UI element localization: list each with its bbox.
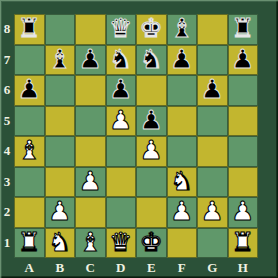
square-g6[interactable]: ♟ <box>197 75 228 106</box>
piece-white-knight[interactable]: ♞ <box>48 227 71 257</box>
piece-black-knight[interactable]: ♞ <box>140 44 163 74</box>
rank-label-2: 2 <box>0 197 14 228</box>
square-e2[interactable] <box>136 197 167 228</box>
piece-white-pawn[interactable]: ♟ <box>201 196 224 226</box>
piece-black-pawn[interactable]: ♟ <box>109 74 132 104</box>
piece-white-bishop[interactable]: ♝ <box>79 227 102 257</box>
square-b6[interactable] <box>45 75 76 106</box>
square-a1[interactable]: ♜ <box>14 228 45 259</box>
square-f3[interactable]: ♞ <box>167 167 198 198</box>
file-label-d: D <box>106 258 137 278</box>
rank-label-4: 4 <box>0 136 14 167</box>
rank-label-5: 5 <box>0 106 14 137</box>
square-g4[interactable] <box>197 136 228 167</box>
square-f7[interactable]: ♟ <box>167 45 198 76</box>
square-g8[interactable] <box>197 14 228 45</box>
square-e5[interactable]: ♟ <box>136 106 167 137</box>
square-a8[interactable]: ♜ <box>14 14 45 45</box>
file-labels: ABCDEFGH <box>14 258 258 278</box>
square-d3[interactable] <box>106 167 137 198</box>
square-a5[interactable] <box>14 106 45 137</box>
square-d8[interactable]: ♛ <box>106 14 137 45</box>
file-label-f: F <box>167 258 198 278</box>
square-d7[interactable]: ♞ <box>106 45 137 76</box>
square-c5[interactable] <box>75 106 106 137</box>
piece-black-bishop[interactable]: ♝ <box>170 13 193 43</box>
piece-white-pawn[interactable]: ♟ <box>140 135 163 165</box>
file-label-h: H <box>228 258 259 278</box>
square-d1[interactable]: ♛ <box>106 228 137 259</box>
square-f4[interactable] <box>167 136 198 167</box>
square-h3[interactable] <box>228 167 259 198</box>
square-a3[interactable] <box>14 167 45 198</box>
square-f5[interactable] <box>167 106 198 137</box>
square-g1[interactable] <box>197 228 228 259</box>
square-f1[interactable] <box>167 228 198 259</box>
square-g5[interactable] <box>197 106 228 137</box>
square-h4[interactable] <box>228 136 259 167</box>
piece-white-bishop[interactable]: ♝ <box>18 135 41 165</box>
square-b5[interactable] <box>45 106 76 137</box>
board: ♜♛♚♝♜♝♟♞♞♟♟♟♟♟♟♟♝♟♟♞♟♟♟♟♜♞♝♛♚♜ <box>14 14 258 258</box>
square-h2[interactable]: ♟ <box>228 197 259 228</box>
piece-black-pawn[interactable]: ♟ <box>140 105 163 135</box>
square-b3[interactable] <box>45 167 76 198</box>
piece-white-pawn[interactable]: ♟ <box>170 196 193 226</box>
file-label-g: G <box>197 258 228 278</box>
piece-white-pawn[interactable]: ♟ <box>231 196 254 226</box>
square-f6[interactable] <box>167 75 198 106</box>
square-b1[interactable]: ♞ <box>45 228 76 259</box>
square-c2[interactable] <box>75 197 106 228</box>
square-h8[interactable]: ♜ <box>228 14 259 45</box>
square-d6[interactable]: ♟ <box>106 75 137 106</box>
piece-black-pawn[interactable]: ♟ <box>201 74 224 104</box>
piece-white-king[interactable]: ♚ <box>140 227 163 257</box>
piece-black-pawn[interactable]: ♟ <box>79 44 102 74</box>
square-b8[interactable] <box>45 14 76 45</box>
square-h5[interactable] <box>228 106 259 137</box>
square-e1[interactable]: ♚ <box>136 228 167 259</box>
piece-black-rook[interactable]: ♜ <box>18 13 41 43</box>
rank-labels: 87654321 <box>0 14 14 258</box>
square-e4[interactable]: ♟ <box>136 136 167 167</box>
square-h1[interactable]: ♜ <box>228 228 259 259</box>
square-a7[interactable] <box>14 45 45 76</box>
rank-label-8: 8 <box>0 14 14 45</box>
square-c8[interactable] <box>75 14 106 45</box>
square-c6[interactable] <box>75 75 106 106</box>
square-e6[interactable] <box>136 75 167 106</box>
square-c3[interactable]: ♟ <box>75 167 106 198</box>
square-b4[interactable] <box>45 136 76 167</box>
square-d5[interactable]: ♟ <box>106 106 137 137</box>
piece-white-pawn[interactable]: ♟ <box>109 105 132 135</box>
file-label-a: A <box>14 258 45 278</box>
piece-black-king[interactable]: ♚ <box>140 13 163 43</box>
piece-black-knight[interactable]: ♞ <box>109 44 132 74</box>
square-c7[interactable]: ♟ <box>75 45 106 76</box>
piece-white-rook[interactable]: ♜ <box>18 227 41 257</box>
square-a6[interactable]: ♟ <box>14 75 45 106</box>
piece-black-bishop[interactable]: ♝ <box>48 44 71 74</box>
square-h7[interactable]: ♟ <box>228 45 259 76</box>
piece-white-knight[interactable]: ♞ <box>170 166 193 196</box>
square-c4[interactable] <box>75 136 106 167</box>
square-d4[interactable] <box>106 136 137 167</box>
square-g2[interactable]: ♟ <box>197 197 228 228</box>
square-f2[interactable]: ♟ <box>167 197 198 228</box>
piece-black-pawn[interactable]: ♟ <box>18 74 41 104</box>
file-label-b: B <box>45 258 76 278</box>
square-e3[interactable] <box>136 167 167 198</box>
rank-label-6: 6 <box>0 75 14 106</box>
square-h6[interactable] <box>228 75 259 106</box>
piece-black-queen[interactable]: ♛ <box>109 13 132 43</box>
square-d2[interactable] <box>106 197 137 228</box>
square-f8[interactable]: ♝ <box>167 14 198 45</box>
piece-white-queen[interactable]: ♛ <box>109 227 132 257</box>
square-g7[interactable] <box>197 45 228 76</box>
square-a4[interactable]: ♝ <box>14 136 45 167</box>
square-b7[interactable]: ♝ <box>45 45 76 76</box>
rank-label-3: 3 <box>0 167 14 198</box>
square-e7[interactable]: ♞ <box>136 45 167 76</box>
piece-black-rook[interactable]: ♜ <box>231 13 254 43</box>
square-g3[interactable] <box>197 167 228 198</box>
rank-label-7: 7 <box>0 45 14 76</box>
square-a2[interactable] <box>14 197 45 228</box>
square-e8[interactable]: ♚ <box>136 14 167 45</box>
square-b2[interactable]: ♟ <box>45 197 76 228</box>
file-label-e: E <box>136 258 167 278</box>
rank-label-1: 1 <box>0 228 14 259</box>
file-label-c: C <box>75 258 106 278</box>
piece-black-pawn[interactable]: ♟ <box>170 44 193 74</box>
piece-white-rook[interactable]: ♜ <box>231 227 254 257</box>
square-c1[interactable]: ♝ <box>75 228 106 259</box>
piece-black-pawn[interactable]: ♟ <box>231 44 254 74</box>
piece-white-pawn[interactable]: ♟ <box>48 196 71 226</box>
piece-white-pawn[interactable]: ♟ <box>79 166 102 196</box>
chess-diagram: 87654321 ♜♛♚♝♜♝♟♞♞♟♟♟♟♟♟♟♝♟♟♞♟♟♟♟♜♞♝♛♚♜ … <box>0 0 278 278</box>
